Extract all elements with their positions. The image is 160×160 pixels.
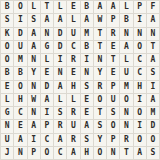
- grid-cell[interactable]: L: [67, 94, 80, 107]
- grid-cell[interactable]: M: [14, 54, 27, 67]
- grid-cell[interactable]: Y: [28, 67, 41, 80]
- grid-cell[interactable]: E: [14, 120, 27, 133]
- grid-cell[interactable]: W: [28, 94, 41, 107]
- grid-cell[interactable]: A: [120, 41, 133, 54]
- grid-cell[interactable]: D: [54, 28, 67, 41]
- grid-cell[interactable]: B: [14, 67, 27, 80]
- grid-cell[interactable]: T: [107, 54, 120, 67]
- grid-cell[interactable]: U: [67, 28, 80, 41]
- grid-cell[interactable]: L: [54, 1, 67, 14]
- grid-cell[interactable]: D: [14, 28, 27, 41]
- grid-cell[interactable]: N: [120, 120, 133, 133]
- grid-cell[interactable]: R: [94, 81, 107, 94]
- grid-cell[interactable]: C: [41, 134, 54, 147]
- grid-cell[interactable]: T: [94, 28, 107, 41]
- grid-cell[interactable]: A: [28, 41, 41, 54]
- grid-cell[interactable]: H: [14, 94, 27, 107]
- grid-cell[interactable]: R: [54, 120, 67, 133]
- grid-cell[interactable]: C: [14, 107, 27, 120]
- grid-cell[interactable]: N: [120, 28, 133, 41]
- grid-cell[interactable]: G: [1, 107, 14, 120]
- grid-cell[interactable]: O: [41, 147, 54, 160]
- grid-cell[interactable]: A: [81, 120, 94, 133]
- grid-cell[interactable]: O: [14, 1, 27, 14]
- grid-cell[interactable]: A: [94, 1, 107, 14]
- grid-cell[interactable]: N: [94, 54, 107, 67]
- grid-cell[interactable]: R: [67, 134, 80, 147]
- grid-cell[interactable]: U: [14, 41, 27, 54]
- grid-cell[interactable]: O: [1, 54, 14, 67]
- grid-cell[interactable]: N: [28, 107, 41, 120]
- grid-cell[interactable]: B: [81, 41, 94, 54]
- grid-cell[interactable]: P: [134, 1, 147, 14]
- grid-cell[interactable]: L: [54, 94, 67, 107]
- grid-cell[interactable]: O: [1, 41, 14, 54]
- grid-cell[interactable]: P: [28, 147, 41, 160]
- grid-cell[interactable]: S: [107, 107, 120, 120]
- grid-cell[interactable]: N: [120, 107, 133, 120]
- grid-cell[interactable]: I: [134, 14, 147, 27]
- grid-cell[interactable]: N: [134, 28, 147, 41]
- grid-cell[interactable]: N: [107, 147, 120, 160]
- grid-cell[interactable]: P: [107, 81, 120, 94]
- grid-cell[interactable]: R: [107, 28, 120, 41]
- grid-cell[interactable]: O: [134, 41, 147, 54]
- grid-cell[interactable]: M: [147, 107, 160, 120]
- grid-cell[interactable]: T: [94, 107, 107, 120]
- grid-cell[interactable]: M: [120, 81, 133, 94]
- grid-cell[interactable]: E: [67, 1, 80, 14]
- grid-cell[interactable]: A: [147, 54, 160, 67]
- grid-cell[interactable]: S: [147, 147, 160, 160]
- grid-cell[interactable]: S: [81, 81, 94, 94]
- grid-cell[interactable]: N: [41, 28, 54, 41]
- grid-cell[interactable]: A: [147, 14, 160, 27]
- grid-cell[interactable]: N: [28, 81, 41, 94]
- grid-cell[interactable]: A: [54, 14, 67, 27]
- grid-cell[interactable]: I: [147, 81, 160, 94]
- grid-cell[interactable]: C: [54, 147, 67, 160]
- grid-cell[interactable]: I: [134, 94, 147, 107]
- grid-cell[interactable]: H: [134, 81, 147, 94]
- grid-cell[interactable]: E: [1, 81, 14, 94]
- grid-cell[interactable]: C: [134, 67, 147, 80]
- grid-cell[interactable]: N: [147, 28, 160, 41]
- grid-cell[interactable]: R: [67, 54, 80, 67]
- grid-cell[interactable]: N: [1, 120, 14, 133]
- grid-cell[interactable]: M: [81, 28, 94, 41]
- grid-cell[interactable]: D: [54, 41, 67, 54]
- grid-cell[interactable]: C: [134, 54, 147, 67]
- grid-cell[interactable]: A: [41, 14, 54, 27]
- grid-cell[interactable]: E: [107, 67, 120, 80]
- grid-cell[interactable]: W: [94, 14, 107, 27]
- grid-cell[interactable]: A: [28, 28, 41, 41]
- grid-cell[interactable]: U: [107, 94, 120, 107]
- grid-cell[interactable]: B: [1, 1, 14, 14]
- grid-cell[interactable]: K: [1, 28, 14, 41]
- grid-cell[interactable]: S: [81, 134, 94, 147]
- grid-cell[interactable]: P: [107, 14, 120, 27]
- grid-cell[interactable]: E: [107, 41, 120, 54]
- grid-cell[interactable]: N: [14, 147, 27, 160]
- grid-cell[interactable]: Y: [94, 134, 107, 147]
- grid-cell[interactable]: L: [1, 94, 14, 107]
- grid-cell[interactable]: S: [94, 120, 107, 133]
- grid-cell[interactable]: L: [28, 1, 41, 14]
- grid-cell[interactable]: G: [41, 41, 54, 54]
- grid-cell[interactable]: S: [1, 14, 14, 27]
- grid-cell[interactable]: I: [54, 54, 67, 67]
- grid-cell[interactable]: O: [147, 134, 160, 147]
- grid-cell[interactable]: N: [28, 54, 41, 67]
- grid-cell[interactable]: U: [120, 67, 133, 80]
- grid-cell[interactable]: A: [54, 134, 67, 147]
- grid-cell[interactable]: A: [41, 94, 54, 107]
- grid-cell[interactable]: E: [67, 67, 80, 80]
- grid-cell[interactable]: D: [147, 120, 160, 133]
- grid-cell[interactable]: P: [107, 134, 120, 147]
- grid-cell[interactable]: H: [67, 81, 80, 94]
- grid-cell[interactable]: L: [120, 1, 133, 14]
- grid-cell[interactable]: R: [120, 134, 133, 147]
- grid-cell[interactable]: T: [41, 1, 54, 14]
- grid-cell[interactable]: H: [81, 147, 94, 160]
- grid-cell[interactable]: O: [94, 147, 107, 160]
- grid-cell[interactable]: A: [28, 120, 41, 133]
- grid-cell[interactable]: O: [107, 120, 120, 133]
- grid-cell[interactable]: B: [1, 67, 14, 80]
- grid-cell[interactable]: U: [67, 120, 80, 133]
- grid-cell[interactable]: S: [54, 107, 67, 120]
- grid-cell[interactable]: A: [147, 94, 160, 107]
- grid-cell[interactable]: B: [120, 14, 133, 27]
- grid-cell[interactable]: O: [14, 81, 27, 94]
- grid-cell[interactable]: J: [1, 147, 14, 160]
- grid-cell[interactable]: A: [67, 147, 80, 160]
- grid-cell[interactable]: D: [41, 81, 54, 94]
- grid-cell[interactable]: F: [147, 1, 160, 14]
- grid-cell[interactable]: A: [54, 81, 67, 94]
- grid-cell[interactable]: S: [147, 67, 160, 80]
- grid-cell[interactable]: T: [94, 41, 107, 54]
- word-search-grid: BOLTLEBAALPFSISAALAWPBIAKDANDUMTRNNNOUAG…: [0, 0, 160, 160]
- grid-cell[interactable]: R: [67, 107, 80, 120]
- grid-cell[interactable]: A: [14, 134, 27, 147]
- grid-cell[interactable]: I: [134, 120, 147, 133]
- grid-cell[interactable]: O: [94, 94, 107, 107]
- grid-cell[interactable]: E: [41, 67, 54, 80]
- grid-cell[interactable]: O: [134, 134, 147, 147]
- grid-cell[interactable]: L: [41, 54, 54, 67]
- grid-cell[interactable]: O: [134, 107, 147, 120]
- grid-cell[interactable]: C: [67, 41, 80, 54]
- grid-cell[interactable]: I: [81, 54, 94, 67]
- grid-cell[interactable]: T: [147, 41, 160, 54]
- grid-cell[interactable]: I: [28, 134, 41, 147]
- grid-cell[interactable]: A: [81, 14, 94, 27]
- grid-cell[interactable]: N: [81, 67, 94, 80]
- grid-cell[interactable]: Y: [94, 67, 107, 80]
- grid-cell[interactable]: A: [134, 147, 147, 160]
- grid-cell[interactable]: L: [120, 54, 133, 67]
- grid-cell[interactable]: E: [81, 107, 94, 120]
- grid-cell[interactable]: U: [1, 134, 14, 147]
- grid-cell[interactable]: I: [41, 107, 54, 120]
- grid-cell[interactable]: N: [54, 67, 67, 80]
- grid-cell[interactable]: S: [28, 14, 41, 27]
- grid-cell[interactable]: L: [67, 14, 80, 27]
- grid-cell[interactable]: E: [81, 94, 94, 107]
- grid-cell[interactable]: O: [120, 94, 133, 107]
- grid-cell[interactable]: I: [14, 14, 27, 27]
- grid-cell[interactable]: B: [81, 1, 94, 14]
- grid-cell[interactable]: P: [41, 120, 54, 133]
- grid-cell[interactable]: T: [120, 147, 133, 160]
- grid-cell[interactable]: A: [107, 1, 120, 14]
